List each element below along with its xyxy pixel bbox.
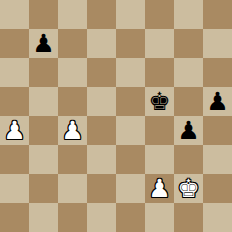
square-f1[interactable] <box>145 203 174 232</box>
square-a1[interactable] <box>0 203 29 232</box>
square-d8[interactable] <box>87 0 116 29</box>
square-e1[interactable] <box>116 203 145 232</box>
square-c7[interactable] <box>58 29 87 58</box>
black-pawn[interactable]: ♟ <box>177 116 199 145</box>
square-d2[interactable] <box>87 174 116 203</box>
square-f7[interactable] <box>145 29 174 58</box>
square-h5[interactable]: ♟ <box>203 87 232 116</box>
square-c3[interactable] <box>58 145 87 174</box>
square-e4[interactable] <box>116 116 145 145</box>
black-pawn[interactable]: ♟ <box>206 87 228 116</box>
square-c2[interactable] <box>58 174 87 203</box>
square-f6[interactable] <box>145 58 174 87</box>
square-c8[interactable] <box>58 0 87 29</box>
square-b2[interactable] <box>29 174 58 203</box>
white-pawn[interactable]: ♟ <box>61 116 83 145</box>
square-h6[interactable] <box>203 58 232 87</box>
square-f2[interactable]: ♟ <box>145 174 174 203</box>
square-d6[interactable] <box>87 58 116 87</box>
square-h2[interactable] <box>203 174 232 203</box>
square-a3[interactable] <box>0 145 29 174</box>
square-h4[interactable] <box>203 116 232 145</box>
square-e6[interactable] <box>116 58 145 87</box>
square-g5[interactable] <box>174 87 203 116</box>
square-h3[interactable] <box>203 145 232 174</box>
square-h8[interactable] <box>203 0 232 29</box>
square-e8[interactable] <box>116 0 145 29</box>
square-e2[interactable] <box>116 174 145 203</box>
square-f5[interactable]: ♚ <box>145 87 174 116</box>
black-king[interactable]: ♚ <box>148 87 170 116</box>
black-pawn[interactable]: ♟ <box>32 29 54 58</box>
square-b4[interactable] <box>29 116 58 145</box>
square-b3[interactable] <box>29 145 58 174</box>
square-g7[interactable] <box>174 29 203 58</box>
square-d3[interactable] <box>87 145 116 174</box>
square-a6[interactable] <box>0 58 29 87</box>
white-pawn[interactable]: ♟ <box>148 174 170 203</box>
square-g6[interactable] <box>174 58 203 87</box>
square-f8[interactable] <box>145 0 174 29</box>
square-g1[interactable] <box>174 203 203 232</box>
square-d1[interactable] <box>87 203 116 232</box>
square-c4[interactable]: ♟ <box>58 116 87 145</box>
square-e5[interactable] <box>116 87 145 116</box>
white-king[interactable]: ♚ <box>177 174 199 203</box>
square-b8[interactable] <box>29 0 58 29</box>
square-f4[interactable] <box>145 116 174 145</box>
square-d5[interactable] <box>87 87 116 116</box>
square-b5[interactable] <box>29 87 58 116</box>
square-a5[interactable] <box>0 87 29 116</box>
square-g8[interactable] <box>174 0 203 29</box>
square-a7[interactable] <box>0 29 29 58</box>
square-c1[interactable] <box>58 203 87 232</box>
chess-board: ♟♚♟♟♟♟♟♚ <box>0 0 232 232</box>
square-h1[interactable] <box>203 203 232 232</box>
square-a8[interactable] <box>0 0 29 29</box>
square-c5[interactable] <box>58 87 87 116</box>
square-a4[interactable]: ♟ <box>0 116 29 145</box>
square-b7[interactable]: ♟ <box>29 29 58 58</box>
square-g3[interactable] <box>174 145 203 174</box>
square-d4[interactable] <box>87 116 116 145</box>
white-pawn[interactable]: ♟ <box>3 116 25 145</box>
square-b6[interactable] <box>29 58 58 87</box>
square-b1[interactable] <box>29 203 58 232</box>
square-a2[interactable] <box>0 174 29 203</box>
square-d7[interactable] <box>87 29 116 58</box>
square-e7[interactable] <box>116 29 145 58</box>
square-f3[interactable] <box>145 145 174 174</box>
square-h7[interactable] <box>203 29 232 58</box>
square-g4[interactable]: ♟ <box>174 116 203 145</box>
square-c6[interactable] <box>58 58 87 87</box>
square-g2[interactable]: ♚ <box>174 174 203 203</box>
square-e3[interactable] <box>116 145 145 174</box>
